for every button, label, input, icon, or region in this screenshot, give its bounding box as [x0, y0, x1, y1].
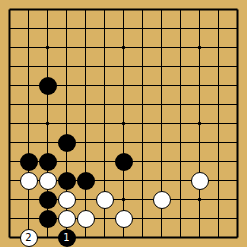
black-stone [39, 77, 57, 95]
white-stone [191, 172, 209, 190]
white-stone [153, 191, 171, 209]
white-stone [115, 210, 133, 228]
black-stone [58, 172, 76, 190]
black-stone [58, 134, 76, 152]
black-stone [39, 153, 57, 171]
white-stone [39, 172, 57, 190]
white-stone [58, 210, 76, 228]
go-board-diagram: 21 [0, 0, 247, 247]
black-stone [20, 153, 38, 171]
move-number-label: 2 [25, 233, 31, 243]
black-stone [77, 172, 95, 190]
black-stone [115, 153, 133, 171]
white-stone [20, 172, 38, 190]
white-stone-move-2: 2 [20, 229, 38, 247]
white-stone [96, 191, 114, 209]
white-stone [77, 210, 95, 228]
black-stone [39, 210, 57, 228]
move-number-label: 1 [63, 233, 69, 243]
stones-layer: 21 [0, 0, 247, 247]
black-stone-move-1: 1 [58, 229, 76, 247]
black-stone [39, 191, 57, 209]
white-stone [58, 191, 76, 209]
